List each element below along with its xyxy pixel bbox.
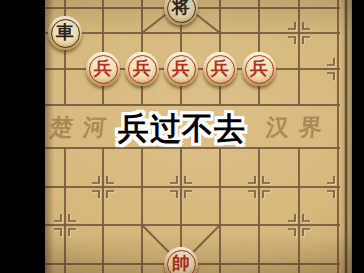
piece-stone: 将 [164,0,198,25]
red-soldier-5[interactable]: 兵 [259,69,299,105]
piece-stone: 兵 [125,52,159,86]
piece-stone: 兵 [86,52,120,86]
piece-glyph: 将 [172,0,190,16]
piece-glyph: 兵 [211,59,229,77]
piece-glyph: 車 [56,23,74,41]
piece-glyph: 帥 [172,254,190,272]
video-frame: 楚河 汉界 将車兵兵兵兵兵帥 兵过不去 [0,0,364,273]
piece-stone: 兵 [242,52,276,86]
piece-stone: 車 [48,16,82,50]
piece-glyph: 兵 [250,59,268,77]
piece-stone: 帥 [164,247,198,273]
piece-stone: 兵 [203,52,237,86]
piece-stone: 兵 [164,52,198,86]
caption-overlay: 兵过不去 [118,108,246,150]
black-general[interactable]: 将 [181,8,220,33]
piece-glyph: 兵 [172,59,190,77]
piece-glyph: 兵 [133,59,151,77]
piece-glyph: 兵 [94,59,112,77]
